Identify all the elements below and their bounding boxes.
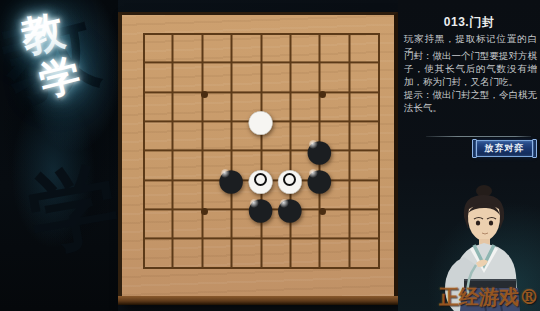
black-stone[interactable]: ●	[275, 194, 304, 223]
lesson-title: 013.门封	[398, 14, 540, 31]
panel-divider	[426, 136, 531, 137]
board-bottom-edge	[118, 296, 398, 305]
resign-button[interactable]: 放弃对弈	[475, 140, 534, 157]
black-stone-glyph: ●	[276, 193, 303, 224]
white-stone-glyph: ●	[247, 105, 274, 136]
black-stone-glyph: ●	[218, 164, 245, 195]
black-stone-glyph: ●	[306, 164, 333, 195]
ink-brush-stroke: 学	[20, 143, 118, 275]
teaching-banner: 教 学 教 学	[0, 0, 118, 311]
black-stone[interactable]: ●	[246, 194, 275, 223]
black-stone-glyph: ●	[247, 193, 274, 224]
black-stone[interactable]: ●	[216, 165, 245, 194]
board-stones-layer[interactable]: ●●●●●●●●	[128, 18, 392, 281]
white-stone[interactable]: ●	[246, 106, 275, 135]
game-studio-watermark: 正经游戏®	[439, 284, 539, 311]
banner-char-xue: 学	[34, 46, 86, 109]
lesson-rule: 门封：做出一个门型要提对方棋子，使其长气后的气数没有增加，称为门封，又名门吃。	[404, 49, 537, 88]
black-stone[interactable]: ●	[305, 165, 334, 194]
lesson-hint: 提示：做出门封之型，令白棋无法长气。	[404, 88, 537, 114]
go-board[interactable]: ●●●●●●●●	[118, 12, 398, 304]
